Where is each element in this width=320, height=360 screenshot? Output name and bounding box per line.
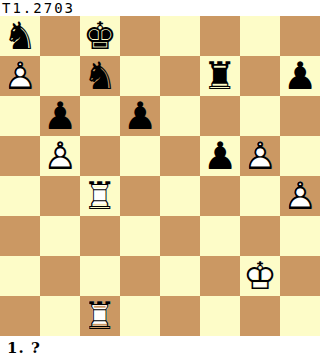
square-d5[interactable]	[120, 136, 160, 176]
piece-black-pawn: ♟	[40, 96, 80, 136]
piece-white-pawn: ♟	[0, 56, 40, 96]
square-h3[interactable]	[280, 216, 320, 256]
square-b2[interactable]	[40, 256, 80, 296]
square-g6[interactable]	[240, 96, 280, 136]
square-e1[interactable]	[160, 296, 200, 336]
square-d8[interactable]	[120, 16, 160, 56]
piece-white-king: ♚	[240, 256, 280, 296]
square-c7[interactable]: ♞	[80, 56, 120, 96]
square-e2[interactable]	[160, 256, 200, 296]
piece-black-pawn: ♟	[200, 136, 240, 176]
puzzle-window: T1.2703 ♞♚♟♙♞♜♟♟♟♟♙♟♟♙♜♖♟♙♚♔♜♖ 1. ?	[0, 0, 320, 360]
square-d7[interactable]	[120, 56, 160, 96]
square-f6[interactable]	[200, 96, 240, 136]
piece-white-rook-outline: ♖	[80, 176, 120, 216]
square-b8[interactable]	[40, 16, 80, 56]
square-f2[interactable]	[200, 256, 240, 296]
square-g4[interactable]	[240, 176, 280, 216]
piece-white-rook-outline: ♖	[80, 296, 120, 336]
square-a1[interactable]	[0, 296, 40, 336]
piece-white-rook: ♜	[80, 296, 120, 336]
square-b6[interactable]: ♟	[40, 96, 80, 136]
piece-white-pawn-outline: ♙	[0, 56, 40, 96]
square-g5[interactable]: ♟♙	[240, 136, 280, 176]
square-g7[interactable]	[240, 56, 280, 96]
piece-black-knight: ♞	[80, 56, 120, 96]
square-h5[interactable]	[280, 136, 320, 176]
square-d6[interactable]: ♟	[120, 96, 160, 136]
square-a5[interactable]	[0, 136, 40, 176]
square-a8[interactable]: ♞	[0, 16, 40, 56]
move-prompt: 1. ?	[0, 336, 320, 360]
square-a6[interactable]	[0, 96, 40, 136]
square-d3[interactable]	[120, 216, 160, 256]
chess-board: ♞♚♟♙♞♜♟♟♟♟♙♟♟♙♜♖♟♙♚♔♜♖	[0, 16, 320, 336]
square-d1[interactable]	[120, 296, 160, 336]
square-f4[interactable]	[200, 176, 240, 216]
square-b4[interactable]	[40, 176, 80, 216]
piece-black-pawn: ♟	[280, 56, 320, 96]
square-c6[interactable]	[80, 96, 120, 136]
square-h6[interactable]	[280, 96, 320, 136]
piece-white-king-outline: ♔	[240, 256, 280, 296]
piece-white-pawn: ♟	[40, 136, 80, 176]
square-e3[interactable]	[160, 216, 200, 256]
square-g1[interactable]	[240, 296, 280, 336]
piece-white-pawn: ♟	[240, 136, 280, 176]
piece-white-pawn-outline: ♙	[240, 136, 280, 176]
piece-white-rook: ♜	[80, 176, 120, 216]
square-h1[interactable]	[280, 296, 320, 336]
piece-white-pawn: ♟	[280, 176, 320, 216]
piece-black-king: ♚	[80, 16, 120, 56]
square-d2[interactable]	[120, 256, 160, 296]
piece-white-pawn-outline: ♙	[40, 136, 80, 176]
square-h8[interactable]	[280, 16, 320, 56]
square-e5[interactable]	[160, 136, 200, 176]
square-c5[interactable]	[80, 136, 120, 176]
square-f7[interactable]: ♜	[200, 56, 240, 96]
square-f8[interactable]	[200, 16, 240, 56]
square-c1[interactable]: ♜♖	[80, 296, 120, 336]
square-h2[interactable]	[280, 256, 320, 296]
square-h4[interactable]: ♟♙	[280, 176, 320, 216]
square-f5[interactable]: ♟	[200, 136, 240, 176]
piece-white-pawn-outline: ♙	[280, 176, 320, 216]
square-e4[interactable]	[160, 176, 200, 216]
square-e7[interactable]	[160, 56, 200, 96]
square-g8[interactable]	[240, 16, 280, 56]
square-a4[interactable]	[0, 176, 40, 216]
square-b7[interactable]	[40, 56, 80, 96]
square-h7[interactable]: ♟	[280, 56, 320, 96]
square-d4[interactable]	[120, 176, 160, 216]
square-f3[interactable]	[200, 216, 240, 256]
square-e8[interactable]	[160, 16, 200, 56]
square-f1[interactable]	[200, 296, 240, 336]
square-c4[interactable]: ♜♖	[80, 176, 120, 216]
square-b1[interactable]	[40, 296, 80, 336]
square-b5[interactable]: ♟♙	[40, 136, 80, 176]
piece-black-knight: ♞	[0, 16, 40, 56]
square-g2[interactable]: ♚♔	[240, 256, 280, 296]
square-a3[interactable]	[0, 216, 40, 256]
square-a2[interactable]	[0, 256, 40, 296]
square-g3[interactable]	[240, 216, 280, 256]
puzzle-id: T1.2703	[0, 0, 320, 16]
piece-black-pawn: ♟	[120, 96, 160, 136]
square-e6[interactable]	[160, 96, 200, 136]
square-a7[interactable]: ♟♙	[0, 56, 40, 96]
square-c3[interactable]	[80, 216, 120, 256]
square-b3[interactable]	[40, 216, 80, 256]
square-c8[interactable]: ♚	[80, 16, 120, 56]
piece-black-rook: ♜	[200, 56, 240, 96]
square-c2[interactable]	[80, 256, 120, 296]
